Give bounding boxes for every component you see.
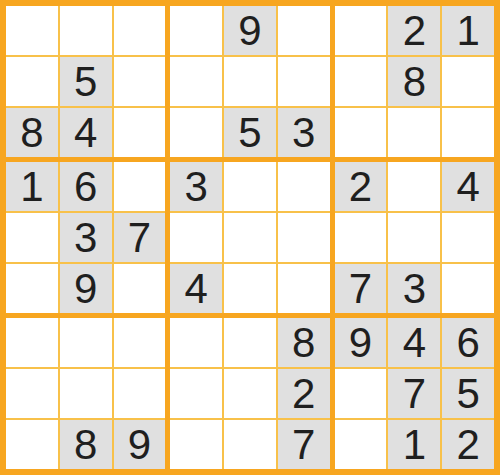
cell-r8c7[interactable] [335, 369, 387, 418]
cell-r4c6[interactable] [278, 162, 330, 211]
cell-r1c8: 2 [388, 6, 440, 55]
cell-r2c7[interactable] [335, 57, 387, 106]
cell-r8c8: 7 [388, 369, 440, 418]
cell-r5c7[interactable] [335, 213, 387, 262]
cell-r1c6[interactable] [278, 6, 330, 55]
cell-r5c5[interactable] [224, 213, 276, 262]
cell-r2c5[interactable] [224, 57, 276, 106]
cell-r4c7: 2 [335, 162, 387, 211]
sudoku-box-7: 89 [6, 318, 165, 469]
sudoku-box-6: 2473 [335, 162, 494, 313]
sudoku-box-3: 218 [335, 6, 494, 157]
cell-r2c8: 8 [388, 57, 440, 106]
cell-r4c9: 4 [442, 162, 494, 211]
cell-r3c7[interactable] [335, 108, 387, 157]
cell-r4c1: 1 [6, 162, 58, 211]
cell-r8c5[interactable] [224, 369, 276, 418]
cell-r6c1[interactable] [6, 264, 58, 313]
cell-r9c2: 8 [60, 420, 112, 469]
cell-r7c5[interactable] [224, 318, 276, 367]
sudoku-box-8: 827 [170, 318, 329, 469]
cell-r4c2: 6 [60, 162, 112, 211]
cell-r1c4[interactable] [170, 6, 222, 55]
cell-r1c9: 1 [442, 6, 494, 55]
cell-r7c8: 4 [388, 318, 440, 367]
cell-r7c2[interactable] [60, 318, 112, 367]
cell-r7c1[interactable] [6, 318, 58, 367]
cell-r6c5[interactable] [224, 264, 276, 313]
cell-r7c3[interactable] [114, 318, 166, 367]
cell-r7c4[interactable] [170, 318, 222, 367]
cell-r7c7: 9 [335, 318, 387, 367]
cell-r7c9: 6 [442, 318, 494, 367]
cell-r3c4[interactable] [170, 108, 222, 157]
cell-r4c5[interactable] [224, 162, 276, 211]
cell-r8c6: 2 [278, 369, 330, 418]
cell-r9c1[interactable] [6, 420, 58, 469]
cell-r8c9: 5 [442, 369, 494, 418]
cell-r2c2: 5 [60, 57, 112, 106]
cell-r3c1: 8 [6, 108, 58, 157]
cell-r6c2: 9 [60, 264, 112, 313]
cell-r5c6[interactable] [278, 213, 330, 262]
cell-r4c3[interactable] [114, 162, 166, 211]
cell-r4c4: 3 [170, 162, 222, 211]
sudoku-box-4: 16379 [6, 162, 165, 313]
cell-r3c9[interactable] [442, 108, 494, 157]
cell-r6c9[interactable] [442, 264, 494, 313]
cell-r5c4[interactable] [170, 213, 222, 262]
cell-r6c3[interactable] [114, 264, 166, 313]
cell-r1c5: 9 [224, 6, 276, 55]
cell-r9c8: 1 [388, 420, 440, 469]
cell-r9c7[interactable] [335, 420, 387, 469]
cell-r2c4[interactable] [170, 57, 222, 106]
cell-r2c3[interactable] [114, 57, 166, 106]
cell-r8c2[interactable] [60, 369, 112, 418]
sudoku-box-9: 9467512 [335, 318, 494, 469]
cell-r7c6: 8 [278, 318, 330, 367]
cell-r2c6[interactable] [278, 57, 330, 106]
cell-r2c9[interactable] [442, 57, 494, 106]
sudoku-box-1: 584 [6, 6, 165, 157]
cell-r6c6[interactable] [278, 264, 330, 313]
cell-r1c3[interactable] [114, 6, 166, 55]
cell-r3c6: 3 [278, 108, 330, 157]
cell-r5c1[interactable] [6, 213, 58, 262]
cell-r8c1[interactable] [6, 369, 58, 418]
cell-r1c7[interactable] [335, 6, 387, 55]
cell-r6c8: 3 [388, 264, 440, 313]
cell-r5c2: 3 [60, 213, 112, 262]
cell-r9c3: 9 [114, 420, 166, 469]
cell-r5c9[interactable] [442, 213, 494, 262]
cell-r2c1[interactable] [6, 57, 58, 106]
sudoku-box-2: 953 [170, 6, 329, 157]
cell-r1c2[interactable] [60, 6, 112, 55]
cell-r9c4[interactable] [170, 420, 222, 469]
cell-r3c8[interactable] [388, 108, 440, 157]
cell-r8c4[interactable] [170, 369, 222, 418]
cell-r3c5: 5 [224, 108, 276, 157]
cell-r1c1[interactable] [6, 6, 58, 55]
cell-r4c8[interactable] [388, 162, 440, 211]
cell-r6c7: 7 [335, 264, 387, 313]
cell-r8c3[interactable] [114, 369, 166, 418]
cell-r9c6: 7 [278, 420, 330, 469]
cell-r6c4: 4 [170, 264, 222, 313]
sudoku-board: 58495321816379342473898279467512 [0, 0, 500, 475]
cell-r5c3: 7 [114, 213, 166, 262]
cell-r5c8[interactable] [388, 213, 440, 262]
cell-r3c3[interactable] [114, 108, 166, 157]
cell-r9c9: 2 [442, 420, 494, 469]
cell-r9c5[interactable] [224, 420, 276, 469]
sudoku-box-5: 34 [170, 162, 329, 313]
cell-r3c2: 4 [60, 108, 112, 157]
